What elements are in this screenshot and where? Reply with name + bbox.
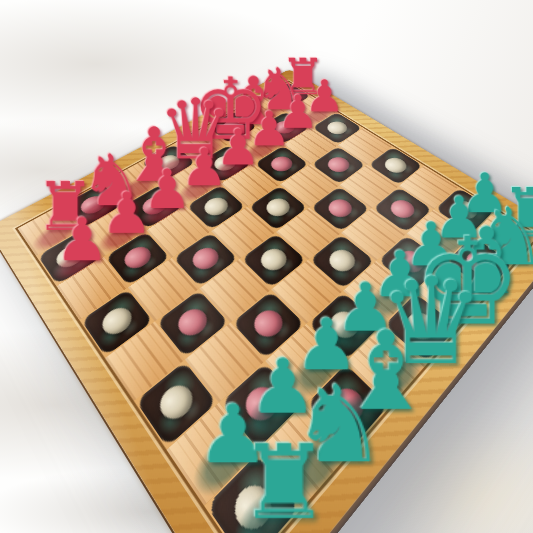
board-frame: ♜♞♝♛♚♝♞♜♟♟♟♟♟♟♟♟♟♟♟♟♟♟♟♟♜♞♝♛♚♝♞♜: [0, 69, 533, 533]
scene: ♜♞♝♛♚♝♞♜♟♟♟♟♟♟♟♟♟♟♟♟♟♟♟♟♜♞♝♛♚♝♞♜: [0, 0, 533, 533]
piece-teal-rook: ♜: [238, 432, 310, 533]
piece-red-pawn: ♟: [55, 210, 104, 270]
board-grid: ♜♞♝♛♚♝♞♜♟♟♟♟♟♟♟♟♟♟♟♟♟♟♟♟♜♞♝♛♚♝♞♜: [18, 82, 533, 533]
chess-set-photo: ♜♞♝♛♚♝♞♜♟♟♟♟♟♟♟♟♟♟♟♟♟♟♟♟♜♞♝♛♚♝♞♜: [0, 0, 533, 533]
